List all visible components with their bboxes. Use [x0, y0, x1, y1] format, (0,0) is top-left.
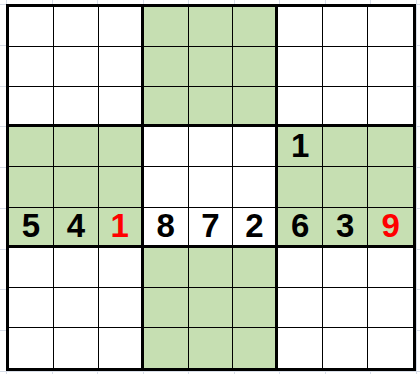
sudoku-cell-r7c4[interactable] [144, 248, 189, 288]
sudoku-cell-r4c7[interactable]: 1 [278, 127, 323, 167]
sudoku-cell-r7c8[interactable] [323, 248, 368, 288]
sudoku-board: 1541872639 [6, 4, 416, 371]
sudoku-cell-r4c3[interactable] [99, 127, 144, 167]
sudoku-cell-r4c6[interactable] [233, 127, 278, 167]
sudoku-cell-r3c8[interactable] [323, 87, 368, 127]
sudoku-cell-r2c6[interactable] [233, 47, 278, 87]
sudoku-cell-r1c1[interactable] [9, 7, 54, 47]
sudoku-cell-r6c7[interactable]: 6 [278, 208, 323, 248]
sudoku-cell-r6c2[interactable]: 4 [54, 208, 99, 248]
sudoku-cell-r6c1[interactable]: 5 [9, 208, 54, 248]
sudoku-cell-r1c8[interactable] [323, 7, 368, 47]
cell-value: 6 [291, 209, 309, 244]
sudoku-cell-r2c7[interactable] [278, 47, 323, 87]
sudoku-cell-r3c2[interactable] [54, 87, 99, 127]
sudoku-cell-r2c1[interactable] [9, 47, 54, 87]
cell-value: 7 [201, 209, 219, 244]
sudoku-cell-r1c7[interactable] [278, 7, 323, 47]
sudoku-cell-r7c3[interactable] [99, 248, 144, 288]
sudoku-cell-r9c7[interactable] [278, 328, 323, 368]
sudoku-cell-r7c9[interactable] [368, 248, 413, 288]
sudoku-cell-r5c2[interactable] [54, 167, 99, 207]
sudoku-cell-r4c1[interactable] [9, 127, 54, 167]
sudoku-cell-r8c8[interactable] [323, 288, 368, 328]
sudoku-cell-r8c5[interactable] [189, 288, 234, 328]
sudoku-cell-r7c2[interactable] [54, 248, 99, 288]
sudoku-cell-r5c1[interactable] [9, 167, 54, 207]
sudoku-cell-r2c8[interactable] [323, 47, 368, 87]
cell-value: 9 [381, 209, 399, 244]
sudoku-cell-r5c8[interactable] [323, 167, 368, 207]
sudoku-cell-r6c4[interactable]: 8 [144, 208, 189, 248]
sudoku-cell-r1c3[interactable] [99, 7, 144, 47]
sudoku-cell-r3c3[interactable] [99, 87, 144, 127]
sudoku-cell-r3c6[interactable] [233, 87, 278, 127]
sudoku-cell-r6c9[interactable]: 9 [368, 208, 413, 248]
sudoku-cell-r7c6[interactable] [233, 248, 278, 288]
sudoku-cell-r4c2[interactable] [54, 127, 99, 167]
sudoku-cell-r5c6[interactable] [233, 167, 278, 207]
sudoku-cell-r8c6[interactable] [233, 288, 278, 328]
cell-value: 3 [336, 209, 354, 244]
sudoku-cell-r1c5[interactable] [189, 7, 234, 47]
sudoku-cell-r1c2[interactable] [54, 7, 99, 47]
cell-value: 5 [22, 209, 40, 244]
sudoku-cell-r8c3[interactable] [99, 288, 144, 328]
cell-value: 1 [111, 209, 129, 244]
sheet-gridline-horizontal [0, 371, 420, 372]
cell-value: 4 [67, 209, 85, 244]
cell-value: 2 [245, 209, 263, 244]
worksheet-background: 1541872639 [0, 0, 420, 374]
sudoku-cell-r9c5[interactable] [189, 328, 234, 368]
sudoku-cell-r9c9[interactable] [368, 328, 413, 368]
sudoku-cell-r6c8[interactable]: 3 [323, 208, 368, 248]
sudoku-cell-r3c7[interactable] [278, 87, 323, 127]
sudoku-cell-r2c2[interactable] [54, 47, 99, 87]
sudoku-cell-r9c8[interactable] [323, 328, 368, 368]
sudoku-cell-r1c6[interactable] [233, 7, 278, 47]
sudoku-cell-r6c6[interactable]: 2 [233, 208, 278, 248]
sudoku-cell-r3c1[interactable] [9, 87, 54, 127]
sudoku-cell-r7c5[interactable] [189, 248, 234, 288]
sudoku-cell-r5c3[interactable] [99, 167, 144, 207]
sudoku-cell-r5c4[interactable] [144, 167, 189, 207]
sudoku-cell-r2c9[interactable] [368, 47, 413, 87]
sudoku-cell-r1c4[interactable] [144, 7, 189, 47]
sudoku-cell-r9c3[interactable] [99, 328, 144, 368]
sudoku-cell-r9c1[interactable] [9, 328, 54, 368]
cell-value: 8 [156, 209, 174, 244]
sudoku-cell-r3c5[interactable] [189, 87, 234, 127]
sudoku-cell-r9c4[interactable] [144, 328, 189, 368]
sudoku-cell-r7c7[interactable] [278, 248, 323, 288]
sudoku-cell-r3c4[interactable] [144, 87, 189, 127]
sudoku-cell-r8c7[interactable] [278, 288, 323, 328]
sudoku-cell-r4c5[interactable] [189, 127, 234, 167]
sudoku-cell-r5c7[interactable] [278, 167, 323, 207]
sudoku-cell-r9c6[interactable] [233, 328, 278, 368]
sudoku-cell-r1c9[interactable] [368, 7, 413, 47]
sudoku-cell-r8c4[interactable] [144, 288, 189, 328]
sudoku-cell-r2c3[interactable] [99, 47, 144, 87]
sudoku-cell-r4c9[interactable] [368, 127, 413, 167]
sudoku-cell-r4c4[interactable] [144, 127, 189, 167]
sudoku-cell-r4c8[interactable] [323, 127, 368, 167]
sudoku-cell-r5c5[interactable] [189, 167, 234, 207]
sudoku-cell-r8c2[interactable] [54, 288, 99, 328]
sudoku-cell-r8c9[interactable] [368, 288, 413, 328]
sudoku-cell-r9c2[interactable] [54, 328, 99, 368]
sheet-gridline-vertical [416, 0, 417, 374]
sudoku-cell-r8c1[interactable] [9, 288, 54, 328]
sudoku-cell-r6c5[interactable]: 7 [189, 208, 234, 248]
sudoku-cell-r3c9[interactable] [368, 87, 413, 127]
sudoku-cell-r2c5[interactable] [189, 47, 234, 87]
sudoku-cell-r7c1[interactable] [9, 248, 54, 288]
sudoku-cell-r2c4[interactable] [144, 47, 189, 87]
sudoku-cell-r5c9[interactable] [368, 167, 413, 207]
cell-value: 1 [291, 129, 309, 164]
sudoku-cell-r6c3[interactable]: 1 [99, 208, 144, 248]
